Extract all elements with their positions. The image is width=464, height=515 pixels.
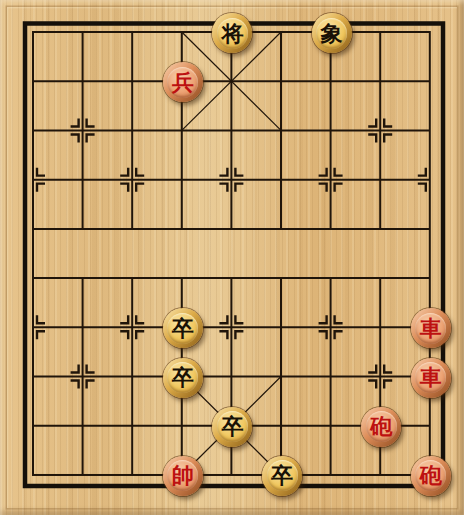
red-chariot-label: 車 [415, 362, 446, 393]
black-elephant[interactable]: 象 [312, 13, 352, 53]
red-general[interactable]: 帥 [163, 456, 203, 496]
black-soldier-label: 卒 [167, 313, 198, 344]
red-soldier-label: 兵 [167, 67, 198, 98]
black-soldier[interactable]: 卒 [262, 456, 302, 496]
red-soldier[interactable]: 兵 [163, 62, 203, 102]
black-elephant-label: 象 [316, 18, 347, 49]
red-chariot-label: 車 [415, 313, 446, 344]
black-general-label: 将 [217, 18, 248, 49]
red-cannon[interactable]: 砲 [361, 407, 401, 447]
red-cannon-label: 砲 [366, 411, 397, 442]
black-soldier-label: 卒 [167, 362, 198, 393]
black-soldier[interactable]: 卒 [163, 308, 203, 348]
black-soldier-label: 卒 [217, 411, 248, 442]
red-cannon-label: 砲 [415, 460, 446, 491]
black-soldier[interactable]: 卒 [212, 407, 252, 447]
xiangqi-app-window: 将象兵卒車卒車卒砲帥卒砲 [0, 0, 464, 515]
black-soldier[interactable]: 卒 [163, 358, 203, 398]
red-chariot[interactable]: 車 [411, 308, 451, 348]
red-general-label: 帥 [167, 460, 198, 491]
black-soldier-label: 卒 [267, 460, 298, 491]
red-chariot[interactable]: 車 [411, 358, 451, 398]
red-cannon[interactable]: 砲 [411, 456, 451, 496]
